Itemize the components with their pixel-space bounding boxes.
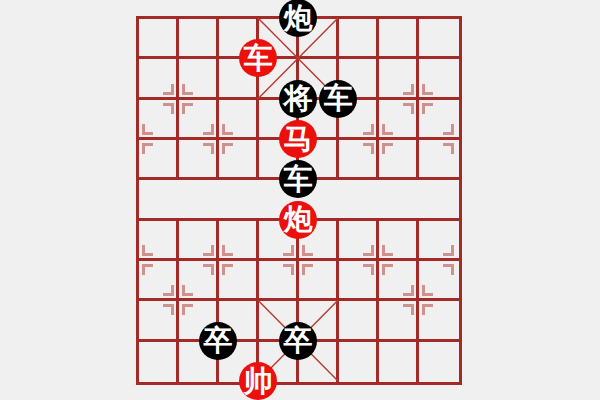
board-cell (339, 261, 379, 301)
piece-black-pawn[interactable]: 卒 (279, 322, 317, 360)
board-cell (379, 180, 419, 220)
board-cell (179, 19, 219, 59)
board-cell (139, 180, 179, 220)
board-cell (259, 261, 299, 301)
piece-black-chariot[interactable]: 车 (279, 160, 317, 198)
board-cell (339, 19, 379, 59)
board-cell (419, 261, 459, 301)
piece-glyph: 车 (284, 165, 313, 194)
piece-glyph: 马 (284, 125, 313, 154)
board-cell (419, 221, 459, 261)
piece-glyph: 卒 (204, 326, 233, 355)
board-cell (379, 261, 419, 301)
piece-red-horse[interactable]: 马 (279, 120, 317, 158)
board-cell (379, 221, 419, 261)
board-cell (139, 140, 179, 180)
board-cell (379, 100, 419, 140)
board-cell (379, 301, 419, 341)
piece-glyph: 炮 (284, 205, 313, 234)
board-cell (339, 301, 379, 341)
board-cell (139, 59, 179, 99)
xiangqi-board: 炮车将车马车炮卒卒帅 (0, 0, 600, 400)
board-cell (339, 342, 379, 382)
piece-black-general[interactable]: 将 (279, 80, 317, 118)
board-cell (139, 342, 179, 382)
piece-glyph: 炮 (284, 4, 313, 33)
board-cell (339, 221, 379, 261)
board-cell (419, 301, 459, 341)
board-cell (419, 180, 459, 220)
board-cell (419, 59, 459, 99)
board-cell (379, 19, 419, 59)
board-cell (179, 59, 219, 99)
piece-red-general[interactable]: 帅 (239, 362, 277, 400)
board-cell (379, 59, 419, 99)
board-cell (299, 261, 339, 301)
board-cell (339, 140, 379, 180)
board-cell (339, 180, 379, 220)
piece-black-chariot[interactable]: 车 (319, 80, 357, 118)
board-cell (219, 180, 259, 220)
piece-glyph: 卒 (284, 326, 313, 355)
piece-red-chariot[interactable]: 车 (239, 39, 277, 77)
piece-black-cannon[interactable]: 炮 (279, 0, 317, 37)
board-cell (219, 221, 259, 261)
board-cell (379, 140, 419, 180)
board-cell (139, 19, 179, 59)
board-cell (139, 100, 179, 140)
piece-glyph: 车 (324, 84, 353, 113)
board-cell (179, 221, 219, 261)
piece-glyph: 车 (244, 44, 273, 73)
board-cell (219, 261, 259, 301)
board-cell (139, 261, 179, 301)
board-cell (419, 140, 459, 180)
piece-glyph: 帅 (244, 367, 273, 396)
board-cell (379, 342, 419, 382)
piece-red-cannon[interactable]: 炮 (279, 201, 317, 239)
board-cell (419, 342, 459, 382)
board-cell (139, 221, 179, 261)
board-cell (179, 100, 219, 140)
board-cell (419, 19, 459, 59)
board-cell (179, 140, 219, 180)
board-cell (139, 301, 179, 341)
board-cell (179, 261, 219, 301)
board-cell (219, 100, 259, 140)
piece-glyph: 将 (284, 84, 313, 113)
board-cell (419, 100, 459, 140)
board-cell (179, 180, 219, 220)
board-cell (219, 140, 259, 180)
piece-black-pawn[interactable]: 卒 (199, 322, 237, 360)
